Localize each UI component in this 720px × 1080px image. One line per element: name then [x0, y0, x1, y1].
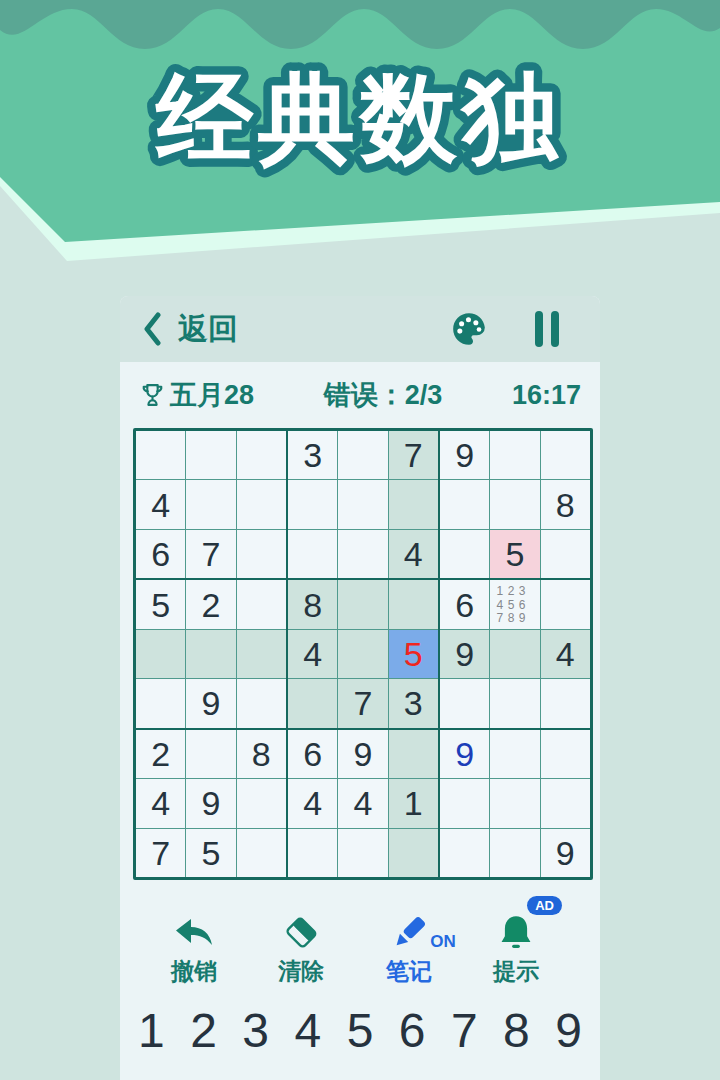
- cell-r9c8[interactable]: [490, 829, 539, 877]
- cell-r8c5[interactable]: 4: [338, 779, 387, 827]
- back-chevron-icon: [142, 312, 162, 346]
- cell-r4c9[interactable]: [541, 580, 590, 628]
- cell-r2c9[interactable]: 8: [541, 480, 590, 528]
- cell-r8c3[interactable]: [237, 779, 286, 827]
- cell-r9c3[interactable]: [237, 829, 286, 877]
- box-2: 374: [288, 431, 438, 578]
- cell-r2c2[interactable]: [186, 480, 235, 528]
- cell-r3c8[interactable]: 5: [490, 530, 539, 578]
- numpad-key-1[interactable]: 1: [138, 1003, 165, 1058]
- cell-r4c1[interactable]: 5: [136, 580, 185, 628]
- undo-label: 撤销: [171, 956, 217, 987]
- cell-r1c1[interactable]: [136, 431, 185, 479]
- cell-r6c5[interactable]: 7: [338, 679, 387, 727]
- toolbar: 撤销 清除: [120, 902, 600, 988]
- cell-r8c9[interactable]: [541, 779, 590, 827]
- errors-counter: 错误：2/3: [324, 377, 443, 413]
- cell-r5c9[interactable]: 4: [541, 630, 590, 678]
- cell-r2c8[interactable]: [490, 480, 539, 528]
- app-title: 经典数独: [110, 22, 610, 192]
- back-button[interactable]: 返回: [142, 309, 238, 350]
- sudoku-board: 4673749855298457361234567899428497569441…: [133, 428, 593, 880]
- cell-r7c9[interactable]: [541, 730, 590, 778]
- cell-r6c4[interactable]: [288, 679, 337, 727]
- box-7: 284975: [136, 730, 286, 877]
- daily-challenge: 五月28: [139, 377, 254, 413]
- cell-r6c8[interactable]: [490, 679, 539, 727]
- cell-r6c2[interactable]: 9: [186, 679, 235, 727]
- cell-r3c3[interactable]: [237, 530, 286, 578]
- cell-r2c1[interactable]: 4: [136, 480, 185, 528]
- cell-r8c8[interactable]: [490, 779, 539, 827]
- cell-r3c1[interactable]: 6: [136, 530, 185, 578]
- notes-label: 笔记: [386, 956, 432, 987]
- cell-r7c6[interactable]: [389, 730, 438, 778]
- cell-r5c1[interactable]: [136, 630, 185, 678]
- cell-r9c5[interactable]: [338, 829, 387, 877]
- hint-ad-badge: AD: [527, 896, 562, 915]
- box-6: 612345678994: [440, 580, 590, 727]
- numpad-key-3[interactable]: 3: [242, 1003, 269, 1058]
- cell-r6c3[interactable]: [237, 679, 286, 727]
- undo-icon: [172, 916, 216, 954]
- cell-r3c9[interactable]: [541, 530, 590, 578]
- cell-r4c5[interactable]: [338, 580, 387, 628]
- cell-r1c7[interactable]: 9: [440, 431, 489, 479]
- pencil-icon: [388, 912, 430, 954]
- cell-r7c3[interactable]: 8: [237, 730, 286, 778]
- cell-r7c8[interactable]: [490, 730, 539, 778]
- cell-r9c7[interactable]: [440, 829, 489, 877]
- cell-r8c6[interactable]: 1: [389, 779, 438, 827]
- cell-r4c4[interactable]: 8: [288, 580, 337, 628]
- cell-r3c6[interactable]: 4: [389, 530, 438, 578]
- cell-r8c1[interactable]: 4: [136, 779, 185, 827]
- cell-r4c6[interactable]: [389, 580, 438, 628]
- cell-r1c2[interactable]: [186, 431, 235, 479]
- cell-r9c9[interactable]: 9: [541, 829, 590, 877]
- game-header: 返回: [120, 296, 600, 362]
- notes-button[interactable]: ON 笔记: [363, 902, 455, 988]
- numpad-key-4[interactable]: 4: [294, 1003, 321, 1058]
- cell-r2c5[interactable]: [338, 480, 387, 528]
- notes-grid: 123456789: [490, 580, 539, 628]
- number-pad: 123456789: [120, 998, 600, 1062]
- cell-r4c2[interactable]: 2: [186, 580, 235, 628]
- cell-r4c3[interactable]: [237, 580, 286, 628]
- status-bar: 五月28 错误：2/3 16:17: [120, 372, 600, 418]
- erase-label: 清除: [278, 956, 324, 987]
- game-card: 返回 五月28: [120, 296, 600, 1080]
- cell-r6c7[interactable]: [440, 679, 489, 727]
- cell-r5c4[interactable]: 4: [288, 630, 337, 678]
- notes-state: ON: [430, 932, 456, 952]
- cell-r3c4[interactable]: [288, 530, 337, 578]
- cell-r9c4[interactable]: [288, 829, 337, 877]
- cell-r5c2[interactable]: [186, 630, 235, 678]
- cell-r1c3[interactable]: [237, 431, 286, 479]
- hint-label: 提示: [493, 956, 539, 987]
- cell-r1c4[interactable]: 3: [288, 431, 337, 479]
- cell-r2c7[interactable]: [440, 480, 489, 528]
- cell-r8c7[interactable]: [440, 779, 489, 827]
- numpad-key-5[interactable]: 5: [347, 1003, 374, 1058]
- cell-r1c9[interactable]: [541, 431, 590, 479]
- cell-r1c6[interactable]: 7: [389, 431, 438, 479]
- cell-r6c6[interactable]: 3: [389, 679, 438, 727]
- cell-r7c1[interactable]: 2: [136, 730, 185, 778]
- numpad-key-8[interactable]: 8: [503, 1003, 530, 1058]
- box-9: 99: [440, 730, 590, 877]
- cell-r9c1[interactable]: 7: [136, 829, 185, 877]
- cell-r7c7[interactable]: 9: [440, 730, 489, 778]
- cell-r5c5[interactable]: [338, 630, 387, 678]
- cell-r1c5[interactable]: [338, 431, 387, 479]
- cell-r5c8[interactable]: [490, 630, 539, 678]
- cell-r2c6[interactable]: [389, 480, 438, 528]
- palette-icon[interactable]: [450, 310, 488, 348]
- cell-r2c3[interactable]: [237, 480, 286, 528]
- cell-r7c4[interactable]: 6: [288, 730, 337, 778]
- bell-icon: [496, 912, 536, 954]
- cell-r3c5[interactable]: [338, 530, 387, 578]
- box-8: 69441: [288, 730, 438, 877]
- cell-r9c6[interactable]: [389, 829, 438, 877]
- cell-r3c7[interactable]: [440, 530, 489, 578]
- cell-r6c1[interactable]: [136, 679, 185, 727]
- erase-button[interactable]: 清除: [255, 902, 347, 988]
- box-5: 84573: [288, 580, 438, 727]
- trophy-icon: [139, 382, 166, 409]
- cell-r7c5[interactable]: 9: [338, 730, 387, 778]
- cell-r4c7[interactable]: 6: [440, 580, 489, 628]
- cell-r2c4[interactable]: [288, 480, 337, 528]
- back-label: 返回: [178, 309, 238, 350]
- box-1: 467: [136, 431, 286, 578]
- numpad-key-2[interactable]: 2: [190, 1003, 217, 1058]
- cell-r6c9[interactable]: [541, 679, 590, 727]
- cell-r8c4[interactable]: 4: [288, 779, 337, 827]
- cell-r5c7[interactable]: 9: [440, 630, 489, 678]
- eraser-icon: [280, 912, 322, 954]
- cell-r9c2[interactable]: 5: [186, 829, 235, 877]
- timer: 16:17: [512, 380, 581, 411]
- numpad-key-6[interactable]: 6: [399, 1003, 426, 1058]
- numpad-key-9[interactable]: 9: [555, 1003, 582, 1058]
- cell-r5c3[interactable]: [237, 630, 286, 678]
- cell-r5c6[interactable]: 5: [389, 630, 438, 678]
- cell-r8c2[interactable]: 9: [186, 779, 235, 827]
- undo-button[interactable]: 撤销: [148, 902, 240, 988]
- box-4: 529: [136, 580, 286, 727]
- daily-challenge-label: 五月28: [170, 377, 254, 413]
- hint-button[interactable]: AD 提示: [470, 902, 562, 988]
- app-title-text: 经典数独: [154, 64, 564, 173]
- cell-r1c8[interactable]: [490, 431, 539, 479]
- box-3: 985: [440, 431, 590, 578]
- cell-r3c2[interactable]: 7: [186, 530, 235, 578]
- cell-r7c2[interactable]: [186, 730, 235, 778]
- pause-button[interactable]: [534, 310, 560, 348]
- cell-r4c8[interactable]: 123456789: [490, 580, 539, 628]
- numpad-key-7[interactable]: 7: [451, 1003, 478, 1058]
